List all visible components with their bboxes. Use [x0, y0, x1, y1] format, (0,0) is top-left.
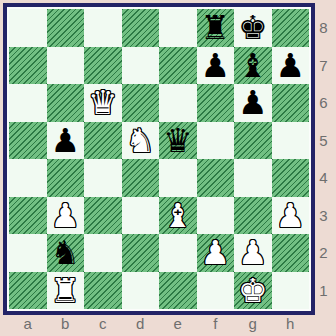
- square-e4[interactable]: [159, 159, 197, 197]
- file-label-c: c: [84, 313, 122, 335]
- square-b4[interactable]: [47, 159, 85, 197]
- square-a8[interactable]: [9, 9, 47, 47]
- file-label-b: b: [47, 313, 85, 335]
- square-g1[interactable]: ♚: [234, 272, 272, 310]
- piece-black-queen[interactable]: ♛: [163, 122, 193, 159]
- rank-label-8: 8: [313, 9, 334, 47]
- square-f5[interactable]: [197, 122, 235, 160]
- file-label-h: h: [272, 313, 310, 335]
- square-h3[interactable]: ♟: [272, 197, 310, 235]
- rank-label-5: 5: [313, 122, 334, 160]
- square-d2[interactable]: [122, 234, 160, 272]
- square-h6[interactable]: [272, 84, 310, 122]
- file-label-e: e: [159, 313, 197, 335]
- square-g4[interactable]: [234, 159, 272, 197]
- rank-label-3: 3: [313, 197, 334, 235]
- file-label-a: a: [9, 313, 47, 335]
- file-label-d: d: [122, 313, 160, 335]
- square-b2[interactable]: ♞: [47, 234, 85, 272]
- square-g8[interactable]: ♚: [234, 9, 272, 47]
- piece-black-pawn[interactable]: ♟: [50, 122, 80, 159]
- piece-white-pawn[interactable]: ♟: [200, 234, 230, 271]
- square-b6[interactable]: [47, 84, 85, 122]
- square-e1[interactable]: [159, 272, 197, 310]
- piece-black-pawn[interactable]: ♟: [238, 84, 268, 121]
- square-g5[interactable]: [234, 122, 272, 160]
- rank-label-7: 7: [313, 47, 334, 85]
- piece-white-bishop[interactable]: ♝: [163, 197, 193, 234]
- square-b5[interactable]: ♟: [47, 122, 85, 160]
- square-e5[interactable]: ♛: [159, 122, 197, 160]
- chess-board: ♜♚♟♝♟♛♟♟♞♛♟♝♟♞♟♟♜♚: [9, 9, 309, 309]
- square-b1[interactable]: ♜: [47, 272, 85, 310]
- square-f6[interactable]: [197, 84, 235, 122]
- square-f1[interactable]: [197, 272, 235, 310]
- square-d3[interactable]: [122, 197, 160, 235]
- piece-black-king[interactable]: ♚: [238, 9, 268, 46]
- square-c1[interactable]: [84, 272, 122, 310]
- piece-black-knight[interactable]: ♞: [50, 234, 80, 271]
- square-a3[interactable]: [9, 197, 47, 235]
- square-g7[interactable]: ♝: [234, 47, 272, 85]
- square-g2[interactable]: ♟: [234, 234, 272, 272]
- square-c8[interactable]: [84, 9, 122, 47]
- piece-white-king[interactable]: ♚: [238, 272, 268, 309]
- chess-board-frame: ♜♚♟♝♟♛♟♟♞♛♟♝♟♞♟♟♜♚: [3, 3, 315, 315]
- square-a7[interactable]: [9, 47, 47, 85]
- piece-white-queen[interactable]: ♛: [88, 84, 118, 121]
- square-c6[interactable]: ♛: [84, 84, 122, 122]
- square-e7[interactable]: [159, 47, 197, 85]
- square-c4[interactable]: [84, 159, 122, 197]
- square-c7[interactable]: [84, 47, 122, 85]
- square-a6[interactable]: [9, 84, 47, 122]
- file-label-f: f: [197, 313, 235, 335]
- square-g3[interactable]: [234, 197, 272, 235]
- square-c5[interactable]: [84, 122, 122, 160]
- square-f2[interactable]: ♟: [197, 234, 235, 272]
- rank-label-4: 4: [313, 159, 334, 197]
- piece-white-pawn[interactable]: ♟: [275, 197, 305, 234]
- square-e3[interactable]: ♝: [159, 197, 197, 235]
- piece-black-rook[interactable]: ♜: [200, 9, 230, 46]
- square-f8[interactable]: ♜: [197, 9, 235, 47]
- square-c3[interactable]: [84, 197, 122, 235]
- square-h2[interactable]: [272, 234, 310, 272]
- square-d8[interactable]: [122, 9, 160, 47]
- square-a2[interactable]: [9, 234, 47, 272]
- square-h1[interactable]: [272, 272, 310, 310]
- piece-black-pawn[interactable]: ♟: [200, 47, 230, 84]
- piece-white-knight[interactable]: ♞: [125, 122, 155, 159]
- square-a1[interactable]: [9, 272, 47, 310]
- square-a4[interactable]: [9, 159, 47, 197]
- square-b8[interactable]: [47, 9, 85, 47]
- square-h7[interactable]: ♟: [272, 47, 310, 85]
- square-e8[interactable]: [159, 9, 197, 47]
- square-g6[interactable]: ♟: [234, 84, 272, 122]
- piece-white-rook[interactable]: ♜: [50, 272, 80, 309]
- square-b7[interactable]: [47, 47, 85, 85]
- square-h8[interactable]: [272, 9, 310, 47]
- rank-labels: 87654321: [313, 9, 334, 309]
- piece-black-pawn[interactable]: ♟: [275, 47, 305, 84]
- rank-label-6: 6: [313, 84, 334, 122]
- square-f7[interactable]: ♟: [197, 47, 235, 85]
- piece-white-pawn[interactable]: ♟: [238, 234, 268, 271]
- square-h4[interactable]: [272, 159, 310, 197]
- rank-label-1: 1: [313, 272, 334, 310]
- rank-label-2: 2: [313, 234, 334, 272]
- square-c2[interactable]: [84, 234, 122, 272]
- square-a5[interactable]: [9, 122, 47, 160]
- square-d1[interactable]: [122, 272, 160, 310]
- square-e2[interactable]: [159, 234, 197, 272]
- square-d6[interactable]: [122, 84, 160, 122]
- square-d4[interactable]: [122, 159, 160, 197]
- piece-white-pawn[interactable]: ♟: [50, 197, 80, 234]
- square-e6[interactable]: [159, 84, 197, 122]
- piece-black-bishop[interactable]: ♝: [238, 47, 268, 84]
- square-d7[interactable]: [122, 47, 160, 85]
- file-labels: abcdefgh: [9, 313, 309, 335]
- square-f4[interactable]: [197, 159, 235, 197]
- square-h5[interactable]: [272, 122, 310, 160]
- square-b3[interactable]: ♟: [47, 197, 85, 235]
- square-f3[interactable]: [197, 197, 235, 235]
- square-d5[interactable]: ♞: [122, 122, 160, 160]
- file-label-g: g: [234, 313, 272, 335]
